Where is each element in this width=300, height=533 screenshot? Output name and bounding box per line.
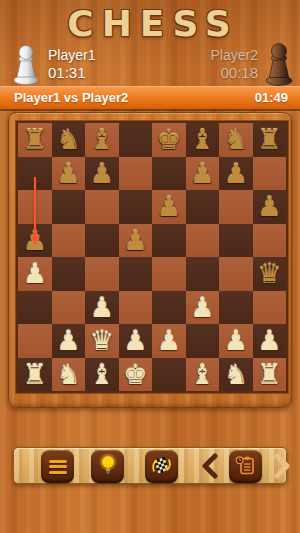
square-h3[interactable] (253, 291, 287, 325)
square-f7[interactable]: ♟ (186, 157, 220, 191)
square-c1[interactable]: ♝ (85, 358, 119, 392)
square-a1[interactable]: ♜ (18, 358, 52, 392)
black-knight: ♞ (224, 126, 248, 153)
white-knight: ♞ (56, 361, 80, 388)
square-b5[interactable] (52, 224, 86, 258)
white-player-name: Player1 (48, 46, 95, 64)
toolbar (13, 447, 287, 484)
black-pawn: ♟ (56, 160, 80, 187)
white-player-clock: 01:31 (48, 64, 95, 82)
square-g2[interactable]: ♟ (219, 324, 253, 358)
white-pawn: ♟ (23, 260, 47, 287)
black-pawn: ♟ (157, 193, 181, 220)
white-pawn-icon (11, 44, 41, 89)
chevron-left-icon (200, 467, 220, 482)
square-g7[interactable]: ♟ (219, 157, 253, 191)
last-move-arrow-head (30, 235, 40, 245)
square-d5[interactable]: ♟ (119, 224, 153, 258)
square-d1[interactable]: ♚ (119, 358, 153, 392)
square-b6[interactable] (52, 190, 86, 224)
black-pawn-icon (262, 42, 296, 90)
black-pawn: ♟ (90, 160, 114, 187)
black-bishop: ♝ (190, 126, 214, 153)
square-d6[interactable] (119, 190, 153, 224)
square-d3[interactable] (119, 291, 153, 325)
square-f4[interactable] (186, 257, 220, 291)
white-pawn: ♟ (157, 327, 181, 354)
square-f1[interactable]: ♝ (186, 358, 220, 392)
square-h5[interactable] (253, 224, 287, 258)
white-queen: ♛ (90, 327, 114, 354)
square-a4[interactable]: ♟ (18, 257, 52, 291)
square-b2[interactable]: ♟ (52, 324, 86, 358)
square-e5[interactable] (152, 224, 186, 258)
white-pawn: ♟ (90, 294, 114, 321)
white-king: ♚ (123, 361, 147, 388)
square-a8[interactable]: ♜ (18, 123, 52, 157)
square-e4[interactable] (152, 257, 186, 291)
square-e8[interactable]: ♚ (152, 123, 186, 157)
board: ♜♞♝♚♝♞♜♟♟♟♟♟♟♟♟♟♛♟♟♟♛♟♟♟♟♜♞♝♚♝♞♜ (18, 123, 286, 391)
square-c4[interactable] (85, 257, 119, 291)
square-d2[interactable]: ♟ (119, 324, 153, 358)
black-player-info: Player2 00:18 (211, 46, 258, 82)
white-pawn: ♟ (123, 327, 147, 354)
match-timer: 01:49 (255, 87, 288, 109)
square-h8[interactable]: ♜ (253, 123, 287, 157)
square-e1[interactable] (152, 358, 186, 392)
square-g3[interactable] (219, 291, 253, 325)
app-title: CHESS (0, 3, 300, 44)
square-h1[interactable]: ♜ (253, 358, 287, 392)
black-pawn: ♟ (123, 227, 147, 254)
square-a2[interactable] (18, 324, 52, 358)
square-h4[interactable]: ♛ (253, 257, 287, 291)
square-d4[interactable] (119, 257, 153, 291)
black-bishop: ♝ (90, 126, 114, 153)
square-g5[interactable] (219, 224, 253, 258)
white-bishop: ♝ (90, 361, 114, 388)
black-king: ♚ (157, 126, 181, 153)
hint-button[interactable] (91, 450, 124, 483)
square-b1[interactable]: ♞ (52, 358, 86, 392)
white-player-info: Player1 01:31 (48, 46, 95, 82)
white-pawn: ♟ (224, 327, 248, 354)
move-list-button[interactable] (229, 450, 262, 483)
notation-icon (234, 454, 257, 480)
white-bishop: ♝ (190, 361, 214, 388)
black-player-name: Player2 (211, 46, 258, 64)
lightbulb-icon (97, 453, 119, 480)
white-rook: ♜ (257, 361, 281, 388)
black-pawn: ♟ (257, 193, 281, 220)
square-b7[interactable]: ♟ (52, 157, 86, 191)
rotate-board-icon (150, 454, 173, 480)
square-c6[interactable] (85, 190, 119, 224)
next-move-button[interactable] (272, 453, 292, 479)
flip-board-button[interactable] (145, 450, 178, 483)
square-e7[interactable] (152, 157, 186, 191)
square-c2[interactable]: ♛ (85, 324, 119, 358)
square-b8[interactable]: ♞ (52, 123, 86, 157)
black-rook: ♜ (257, 126, 281, 153)
square-h6[interactable]: ♟ (253, 190, 287, 224)
black-pawn: ♟ (224, 160, 248, 187)
white-pawn: ♟ (257, 327, 281, 354)
white-knight: ♞ (224, 361, 248, 388)
white-pawn: ♟ (56, 327, 80, 354)
square-d8[interactable] (119, 123, 153, 157)
match-status-bar: Player1 vs Player2 01:49 (0, 86, 300, 109)
square-e3[interactable] (152, 291, 186, 325)
white-pawn: ♟ (190, 294, 214, 321)
square-f3[interactable]: ♟ (186, 291, 220, 325)
square-f6[interactable] (186, 190, 220, 224)
previous-move-button[interactable] (200, 453, 220, 479)
square-g6[interactable] (219, 190, 253, 224)
chevron-right-icon (272, 467, 292, 482)
white-rook: ♜ (23, 361, 47, 388)
black-player-clock: 00:18 (211, 64, 258, 82)
square-h7[interactable] (253, 157, 287, 191)
square-e2[interactable]: ♟ (152, 324, 186, 358)
matchup-label: Player1 vs Player2 (14, 87, 128, 109)
hamburger-icon (49, 457, 67, 476)
black-queen: ♛ (257, 260, 281, 287)
square-c3[interactable]: ♟ (85, 291, 119, 325)
black-rook: ♜ (23, 126, 47, 153)
square-g4[interactable] (219, 257, 253, 291)
square-d7[interactable] (119, 157, 153, 191)
menu-button[interactable] (41, 450, 74, 483)
square-a3[interactable] (18, 291, 52, 325)
square-h2[interactable]: ♟ (253, 324, 287, 358)
square-c8[interactable]: ♝ (85, 123, 119, 157)
chess-app-screen: CHESS Player1 01:31 Player2 00:18 (0, 0, 300, 533)
square-b4[interactable] (52, 257, 86, 291)
square-f5[interactable] (186, 224, 220, 258)
square-g1[interactable]: ♞ (219, 358, 253, 392)
square-b3[interactable] (52, 291, 86, 325)
last-move-arrow (34, 177, 36, 236)
square-e6[interactable]: ♟ (152, 190, 186, 224)
black-knight: ♞ (56, 126, 80, 153)
square-f2[interactable] (186, 324, 220, 358)
square-c5[interactable] (85, 224, 119, 258)
square-g8[interactable]: ♞ (219, 123, 253, 157)
square-c7[interactable]: ♟ (85, 157, 119, 191)
square-f8[interactable]: ♝ (186, 123, 220, 157)
black-pawn: ♟ (190, 160, 214, 187)
